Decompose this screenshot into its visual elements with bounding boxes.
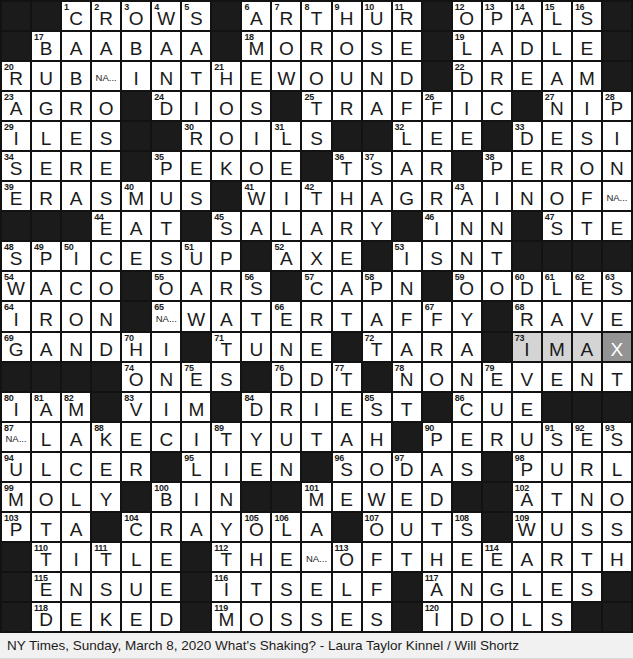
grid-cell[interactable]: A xyxy=(182,513,210,541)
grid-cell[interactable]: L xyxy=(62,483,90,511)
grid-cell-cursor[interactable]: X xyxy=(603,333,631,361)
grid-cell[interactable]: R xyxy=(543,543,571,571)
grid-cell[interactable]: R xyxy=(423,152,451,180)
grid-cell[interactable]: 96S xyxy=(333,453,361,481)
grid-cell[interactable]: T xyxy=(393,393,421,421)
grid-cell-selected[interactable]: A xyxy=(573,333,601,361)
grid-cell[interactable]: 19L xyxy=(453,32,481,60)
grid-cell[interactable]: E xyxy=(152,573,180,601)
grid-cell[interactable]: I xyxy=(62,543,90,571)
grid-cell[interactable]: L xyxy=(513,573,541,601)
grid-cell[interactable]: U xyxy=(122,573,150,601)
grid-cell[interactable]: 106L xyxy=(272,513,300,541)
grid-cell[interactable]: 100B xyxy=(152,483,180,511)
grid-cell[interactable]: E xyxy=(393,483,421,511)
grid-cell[interactable]: 9H xyxy=(333,2,361,30)
grid-cell[interactable]: E xyxy=(62,603,90,631)
grid-cell[interactable]: 57C xyxy=(302,272,330,300)
grid-cell[interactable]: F xyxy=(363,543,391,571)
grid-cell[interactable]: S xyxy=(212,363,240,391)
grid-cell[interactable]: S xyxy=(92,122,120,150)
grid-cell[interactable]: 90P xyxy=(423,423,451,451)
grid-cell[interactable]: A xyxy=(453,333,481,361)
grid-cell[interactable]: E xyxy=(302,573,330,601)
grid-cell[interactable]: 114E xyxy=(483,543,511,571)
grid-cell[interactable]: O xyxy=(242,603,270,631)
grid-cell[interactable]: R xyxy=(272,393,300,421)
grid-cell[interactable]: T xyxy=(242,302,270,330)
grid-cell[interactable]: S xyxy=(363,603,391,631)
grid-cell[interactable]: E xyxy=(543,573,571,601)
grid-cell[interactable]: A xyxy=(363,302,391,330)
grid-cell[interactable]: A xyxy=(302,212,330,240)
grid-cell[interactable]: 48S xyxy=(2,242,30,270)
grid-cell[interactable]: A xyxy=(62,182,90,210)
grid-cell[interactable]: I xyxy=(152,393,180,421)
grid-cell[interactable]: O xyxy=(62,302,90,330)
grid-cell[interactable]: 39E xyxy=(2,182,30,210)
grid-cell[interactable]: 86C xyxy=(453,393,481,421)
grid-cell[interactable]: 71T xyxy=(212,333,240,361)
grid-cell[interactable]: 34S xyxy=(2,152,30,180)
grid-cell[interactable]: 72T xyxy=(363,333,391,361)
grid-cell[interactable]: X xyxy=(302,242,330,270)
grid-cell[interactable]: T xyxy=(32,513,60,541)
grid-cell[interactable]: L xyxy=(32,423,60,451)
grid-cell[interactable]: 59O xyxy=(453,272,481,300)
grid-cell[interactable]: 50I xyxy=(62,242,90,270)
grid-cell[interactable]: 64I xyxy=(2,302,30,330)
grid-cell[interactable]: 119M xyxy=(212,603,240,631)
grid-cell[interactable]: 79E xyxy=(483,363,511,391)
grid-cell[interactable]: T xyxy=(242,573,270,601)
grid-cell[interactable]: T xyxy=(573,212,601,240)
grid-cell-selected[interactable]: M xyxy=(543,333,571,361)
grid-cell[interactable]: N xyxy=(453,242,481,270)
grid-cell[interactable]: R xyxy=(483,62,511,90)
grid-cell[interactable]: E xyxy=(32,152,60,180)
grid-cell[interactable]: 3O xyxy=(122,2,150,30)
grid-cell[interactable]: W xyxy=(363,483,391,511)
grid-cell[interactable]: S xyxy=(302,603,330,631)
grid-cell[interactable]: L xyxy=(513,603,541,631)
grid-cell[interactable]: E xyxy=(122,242,150,270)
grid-cell[interactable]: R xyxy=(212,272,240,300)
grid-cell[interactable]: H xyxy=(333,182,361,210)
grid-cell[interactable]: NA... xyxy=(302,543,330,571)
grid-cell[interactable]: E xyxy=(333,393,361,421)
grid-cell[interactable]: I xyxy=(302,393,330,421)
grid-cell[interactable]: 60D xyxy=(513,272,541,300)
grid-cell[interactable]: A xyxy=(543,62,571,90)
grid-cell[interactable]: 1C xyxy=(62,2,90,30)
grid-cell[interactable]: S xyxy=(453,453,481,481)
grid-cell[interactable]: A xyxy=(152,32,180,60)
grid-cell[interactable]: E xyxy=(242,62,270,90)
grid-cell[interactable]: I xyxy=(182,423,210,451)
grid-cell[interactable]: L xyxy=(272,212,300,240)
grid-cell[interactable]: 52A xyxy=(272,242,300,270)
grid-cell[interactable]: 99M xyxy=(2,483,30,511)
grid-cell[interactable]: F xyxy=(393,302,421,330)
grid-cell[interactable]: 63S xyxy=(603,272,631,300)
grid-cell[interactable]: A xyxy=(423,453,451,481)
grid-cell[interactable]: U xyxy=(152,182,180,210)
grid-cell[interactable]: S xyxy=(302,122,330,150)
grid-cell[interactable]: O xyxy=(333,32,361,60)
grid-cell[interactable]: 27N xyxy=(543,92,571,120)
grid-cell[interactable]: 102A xyxy=(513,483,541,511)
grid-cell[interactable]: Y xyxy=(212,513,240,541)
grid-cell[interactable]: 110T xyxy=(32,543,60,571)
grid-cell[interactable]: A xyxy=(393,152,421,180)
grid-cell[interactable]: I xyxy=(453,92,481,120)
grid-cell[interactable]: 61L xyxy=(543,272,571,300)
grid-cell[interactable]: 95L xyxy=(182,453,210,481)
grid-cell[interactable]: E xyxy=(543,363,571,391)
grid-cell[interactable]: N xyxy=(603,152,631,180)
grid-cell[interactable]: 14A xyxy=(513,2,541,30)
grid-cell[interactable]: F xyxy=(363,573,391,601)
grid-cell[interactable]: 103P xyxy=(2,513,30,541)
grid-cell[interactable]: A xyxy=(62,32,90,60)
grid-cell[interactable]: A xyxy=(122,212,150,240)
grid-cell[interactable]: R xyxy=(152,513,180,541)
grid-cell[interactable]: P xyxy=(212,242,240,270)
grid-cell[interactable]: O xyxy=(363,453,391,481)
grid-cell[interactable]: 56S xyxy=(242,272,270,300)
grid-cell[interactable]: O xyxy=(543,182,571,210)
grid-cell[interactable]: O xyxy=(573,152,601,180)
grid-cell[interactable]: E xyxy=(333,603,361,631)
grid-cell[interactable]: A xyxy=(62,423,90,451)
grid-cell[interactable]: T xyxy=(393,543,421,571)
grid-cell[interactable]: 108S xyxy=(453,513,481,541)
grid-cell[interactable]: U xyxy=(543,513,571,541)
grid-cell[interactable]: 7R xyxy=(272,2,300,30)
grid-cell[interactable]: G xyxy=(483,573,511,601)
grid-cell[interactable]: N xyxy=(212,483,240,511)
grid-cell[interactable]: 98P xyxy=(513,453,541,481)
grid-cell[interactable]: NA... xyxy=(92,62,120,90)
grid-cell[interactable]: A xyxy=(32,333,60,361)
grid-cell[interactable]: 51U xyxy=(182,242,210,270)
grid-cell[interactable]: N xyxy=(453,573,481,601)
grid-cell[interactable]: W xyxy=(182,302,210,330)
grid-cell[interactable]: C xyxy=(62,453,90,481)
grid-cell[interactable]: S xyxy=(272,573,300,601)
grid-cell[interactable]: 104C xyxy=(122,513,150,541)
grid-cell[interactable]: D xyxy=(423,483,451,511)
grid-cell[interactable]: E xyxy=(92,453,120,481)
grid-cell[interactable]: R xyxy=(543,152,571,180)
grid-cell[interactable]: L xyxy=(333,573,361,601)
grid-cell[interactable]: 32L xyxy=(393,122,421,150)
grid-cell[interactable]: 78N xyxy=(393,363,421,391)
grid-cell[interactable]: 54W xyxy=(2,272,30,300)
grid-cell[interactable]: 36T xyxy=(333,152,361,180)
grid-cell[interactable]: N xyxy=(453,363,481,391)
grid-cell[interactable]: A xyxy=(333,272,361,300)
grid-cell[interactable]: O xyxy=(603,483,631,511)
grid-cell[interactable]: 25T xyxy=(302,92,330,120)
grid-cell[interactable]: E xyxy=(573,32,601,60)
grid-cell[interactable]: 21H xyxy=(212,62,240,90)
grid-cell[interactable]: 89T xyxy=(212,423,240,451)
grid-cell[interactable]: 67F xyxy=(423,302,451,330)
grid-cell[interactable]: R xyxy=(32,182,60,210)
grid-cell[interactable]: 49P xyxy=(32,242,60,270)
grid-cell[interactable]: K xyxy=(92,603,120,631)
grid-cell[interactable]: E xyxy=(513,393,541,421)
grid-cell[interactable]: E xyxy=(122,423,150,451)
grid-cell[interactable]: T xyxy=(302,423,330,451)
grid-cell[interactable]: A xyxy=(32,272,60,300)
grid-cell[interactable]: T xyxy=(423,513,451,541)
grid-cell[interactable]: M xyxy=(182,393,210,421)
grid-cell[interactable]: O xyxy=(32,483,60,511)
grid-cell[interactable]: N xyxy=(272,333,300,361)
grid-cell-selected[interactable]: 73I xyxy=(513,333,541,361)
grid-cell[interactable]: 29I xyxy=(2,122,30,150)
grid-cell[interactable]: R xyxy=(302,302,330,330)
grid-cell[interactable]: E xyxy=(453,543,481,571)
grid-cell[interactable]: N xyxy=(363,62,391,90)
grid-cell[interactable]: R xyxy=(302,32,330,60)
grid-cell[interactable]: R xyxy=(423,182,451,210)
grid-cell[interactable]: U xyxy=(333,62,361,90)
grid-cell[interactable]: 101M xyxy=(302,483,330,511)
grid-cell[interactable]: N xyxy=(92,302,120,330)
grid-cell[interactable]: 23A xyxy=(2,92,30,120)
grid-cell[interactable]: 41W xyxy=(242,182,270,210)
grid-cell[interactable]: N xyxy=(513,182,541,210)
grid-cell[interactable]: 115E xyxy=(32,573,60,601)
grid-cell[interactable]: 58P xyxy=(363,272,391,300)
grid-cell[interactable]: A xyxy=(543,302,571,330)
grid-cell[interactable]: D xyxy=(92,333,120,361)
grid-cell[interactable]: E xyxy=(333,242,361,270)
grid-cell[interactable]: 81A xyxy=(32,393,60,421)
grid-cell[interactable]: A xyxy=(302,513,330,541)
grid-cell[interactable]: A xyxy=(62,513,90,541)
grid-cell[interactable]: 4W xyxy=(152,2,180,30)
grid-cell[interactable]: H xyxy=(363,423,391,451)
grid-cell[interactable]: A xyxy=(212,302,240,330)
grid-cell[interactable]: 8T xyxy=(302,2,330,30)
grid-cell[interactable]: I xyxy=(212,453,240,481)
grid-cell[interactable]: 28P xyxy=(603,92,631,120)
grid-cell[interactable]: A xyxy=(363,92,391,120)
grid-cell[interactable]: 43A xyxy=(453,182,481,210)
grid-cell[interactable]: 118D xyxy=(32,603,60,631)
grid-cell[interactable]: I xyxy=(242,122,270,150)
grid-cell[interactable]: 35P xyxy=(152,152,180,180)
grid-cell[interactable]: D xyxy=(302,363,330,391)
grid-cell[interactable]: S xyxy=(182,182,210,210)
grid-cell[interactable]: A xyxy=(92,32,120,60)
grid-cell[interactable]: S xyxy=(242,92,270,120)
grid-cell[interactable]: E xyxy=(543,122,571,150)
grid-cell[interactable]: T xyxy=(182,62,210,90)
grid-cell[interactable]: 93S xyxy=(603,423,631,451)
grid-cell[interactable]: 62E xyxy=(573,272,601,300)
grid-cell[interactable]: E xyxy=(453,122,481,150)
grid-cell[interactable]: E xyxy=(513,152,541,180)
grid-cell[interactable]: A xyxy=(333,423,361,451)
grid-cell[interactable]: G xyxy=(393,182,421,210)
grid-cell[interactable]: Y xyxy=(363,212,391,240)
grid-cell[interactable]: N xyxy=(152,363,180,391)
grid-cell[interactable]: E xyxy=(333,483,361,511)
grid-cell[interactable]: C xyxy=(152,423,180,451)
grid-cell[interactable]: 75E xyxy=(182,363,210,391)
grid-cell[interactable]: C xyxy=(62,272,90,300)
grid-cell[interactable]: 97D xyxy=(393,453,421,481)
grid-cell[interactable]: I xyxy=(573,92,601,120)
grid-cell[interactable]: 112T xyxy=(212,543,240,571)
grid-cell[interactable]: T xyxy=(543,483,571,511)
grid-cell[interactable]: D xyxy=(393,62,421,90)
grid-cell[interactable]: S xyxy=(272,603,300,631)
grid-cell[interactable]: 47S xyxy=(543,212,571,240)
grid-cell[interactable]: N xyxy=(453,212,481,240)
grid-cell[interactable]: 80I xyxy=(2,393,30,421)
grid-cell[interactable]: 70H xyxy=(122,333,150,361)
grid-cell[interactable]: F xyxy=(573,182,601,210)
grid-cell[interactable]: T xyxy=(333,302,361,330)
grid-cell[interactable]: R xyxy=(122,453,150,481)
grid-cell[interactable]: N xyxy=(483,212,511,240)
grid-cell[interactable]: E xyxy=(272,152,300,180)
grid-cell[interactable]: 116I xyxy=(212,573,240,601)
grid-cell[interactable]: R xyxy=(333,92,361,120)
grid-cell[interactable]: 88K xyxy=(92,423,120,451)
grid-cell[interactable]: E xyxy=(242,453,270,481)
grid-cell[interactable]: E xyxy=(603,302,631,330)
grid-cell[interactable]: D xyxy=(453,603,481,631)
grid-cell[interactable]: A xyxy=(513,543,541,571)
grid-cell[interactable]: 91S xyxy=(543,423,571,451)
grid-cell[interactable]: S xyxy=(573,573,601,601)
grid-cell[interactable]: H xyxy=(603,543,631,571)
grid-cell[interactable]: Y xyxy=(453,302,481,330)
grid-cell[interactable]: A xyxy=(483,32,511,60)
grid-cell[interactable]: S xyxy=(573,513,601,541)
grid-cell[interactable]: O xyxy=(423,363,451,391)
grid-cell[interactable]: L xyxy=(122,543,150,571)
grid-cell[interactable]: I xyxy=(152,333,180,361)
grid-cell[interactable]: 113O xyxy=(333,543,361,571)
grid-cell[interactable]: 46I xyxy=(423,212,451,240)
grid-cell[interactable]: N xyxy=(272,453,300,481)
grid-cell[interactable]: 65NA... xyxy=(152,302,180,330)
grid-cell[interactable]: K xyxy=(212,152,240,180)
grid-cell[interactable]: 17B xyxy=(32,32,60,60)
grid-cell[interactable]: 40M xyxy=(122,182,150,210)
grid-cell[interactable]: 31L xyxy=(272,122,300,150)
grid-cell[interactable]: 11R xyxy=(393,2,421,30)
grid-cell[interactable]: N xyxy=(573,483,601,511)
grid-cell[interactable]: 30R xyxy=(182,122,210,150)
grid-cell[interactable]: 82M xyxy=(62,393,90,421)
grid-cell[interactable]: V xyxy=(573,302,601,330)
grid-cell[interactable]: S xyxy=(603,513,631,541)
grid-cell[interactable]: T xyxy=(573,543,601,571)
grid-cell[interactable]: R xyxy=(573,453,601,481)
grid-cell[interactable]: 117A xyxy=(423,573,451,601)
grid-cell[interactable]: 26F xyxy=(423,92,451,120)
grid-cell[interactable]: R xyxy=(62,92,90,120)
grid-cell[interactable]: E xyxy=(513,62,541,90)
grid-cell[interactable]: O xyxy=(92,92,120,120)
grid-cell[interactable]: E xyxy=(453,423,481,451)
grid-cell[interactable]: 33D xyxy=(513,122,541,150)
grid-cell[interactable]: 120I xyxy=(423,603,451,631)
grid-cell[interactable]: W xyxy=(272,62,300,90)
grid-cell[interactable]: O xyxy=(212,92,240,120)
grid-cell[interactable]: 107O xyxy=(363,513,391,541)
grid-cell[interactable]: 69G xyxy=(2,333,30,361)
grid-cell[interactable]: U xyxy=(272,423,300,451)
grid-cell[interactable]: 111T xyxy=(92,543,120,571)
grid-cell[interactable]: R xyxy=(423,333,451,361)
grid-cell[interactable]: G xyxy=(32,92,60,120)
grid-cell[interactable]: 22D xyxy=(453,62,481,90)
grid-cell[interactable]: S xyxy=(423,242,451,270)
grid-cell[interactable]: 12O xyxy=(453,2,481,30)
grid-cell[interactable]: O xyxy=(483,603,511,631)
grid-cell[interactable]: 42T xyxy=(302,182,330,210)
grid-cell[interactable]: I xyxy=(483,182,511,210)
grid-cell[interactable]: C xyxy=(483,92,511,120)
grid-cell[interactable]: H xyxy=(423,543,451,571)
grid-cell[interactable]: S xyxy=(543,603,571,631)
grid-cell[interactable]: E xyxy=(302,333,330,361)
grid-cell[interactable]: R xyxy=(62,152,90,180)
grid-cell[interactable]: S xyxy=(363,32,391,60)
grid-cell[interactable]: A xyxy=(393,333,421,361)
grid-cell[interactable]: 109W xyxy=(513,513,541,541)
grid-cell[interactable]: 16S xyxy=(573,2,601,30)
grid-cell[interactable]: H xyxy=(242,543,270,571)
grid-cell[interactable]: R xyxy=(333,212,361,240)
grid-cell[interactable]: U xyxy=(483,393,511,421)
grid-cell[interactable]: R xyxy=(32,302,60,330)
grid-cell[interactable]: U xyxy=(242,333,270,361)
grid-cell[interactable]: I xyxy=(182,92,210,120)
grid-cell[interactable]: N xyxy=(393,272,421,300)
grid-cell[interactable]: NA... xyxy=(603,182,631,210)
grid-cell[interactable]: 24D xyxy=(152,92,180,120)
grid-cell[interactable]: E xyxy=(423,122,451,150)
grid-cell[interactable]: U xyxy=(32,62,60,90)
grid-cell[interactable]: O xyxy=(483,272,511,300)
grid-cell[interactable]: F xyxy=(393,92,421,120)
grid-cell[interactable]: V xyxy=(513,363,541,391)
grid-cell[interactable]: 87NA... xyxy=(2,423,30,451)
grid-cell[interactable]: E xyxy=(182,152,210,180)
grid-cell[interactable]: L xyxy=(603,453,631,481)
grid-cell[interactable]: M xyxy=(573,62,601,90)
grid-cell[interactable]: U xyxy=(543,453,571,481)
grid-cell[interactable]: A xyxy=(182,32,210,60)
grid-cell[interactable]: O xyxy=(272,32,300,60)
grid-cell[interactable]: A xyxy=(182,272,210,300)
grid-cell[interactable]: 15L xyxy=(543,2,571,30)
grid-cell[interactable]: O xyxy=(302,62,330,90)
grid-cell[interactable]: 38P xyxy=(483,152,511,180)
